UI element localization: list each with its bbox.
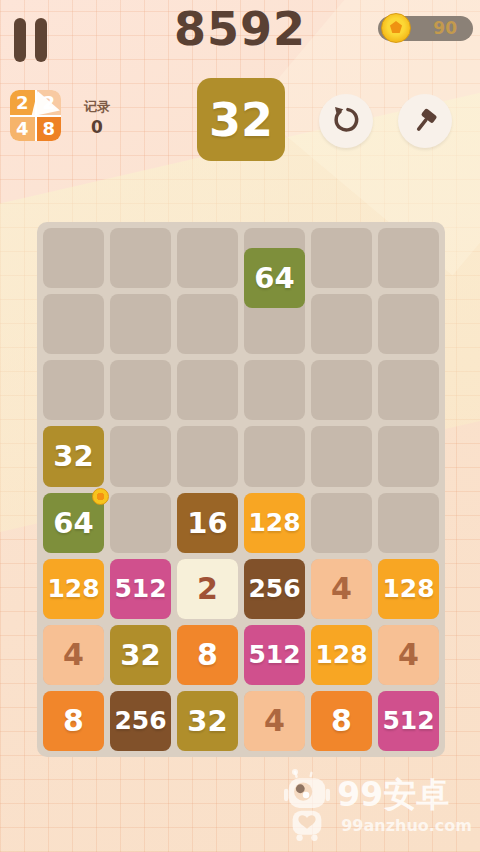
- tile-128[interactable]: 128: [378, 559, 439, 619]
- hammer-button[interactable]: [398, 94, 452, 148]
- board-cell[interactable]: 512: [244, 625, 305, 685]
- tile-256[interactable]: 256: [110, 691, 171, 751]
- board-cell[interactable]: 32: [177, 691, 238, 751]
- coin-icon: [381, 13, 411, 43]
- pause-icon: [14, 18, 26, 62]
- board-cell[interactable]: [378, 228, 439, 288]
- tile-128[interactable]: 128: [43, 559, 104, 619]
- board-cell[interactable]: 8: [311, 691, 372, 751]
- tile-coin-badge-icon: [92, 488, 109, 505]
- board-cell[interactable]: 256: [110, 691, 171, 751]
- board-cell[interactable]: [43, 228, 104, 288]
- undo-button[interactable]: [319, 94, 373, 148]
- logo-tile: 8: [37, 117, 62, 142]
- board-cell[interactable]: [311, 493, 372, 553]
- board-cell[interactable]: 128: [311, 625, 372, 685]
- board-cell[interactable]: 128: [378, 559, 439, 619]
- board-cell[interactable]: [43, 360, 104, 420]
- board-cell[interactable]: 4: [311, 559, 372, 619]
- tile-8[interactable]: 8: [311, 691, 372, 751]
- tile-128[interactable]: 128: [244, 493, 305, 553]
- board-cell[interactable]: [110, 426, 171, 486]
- board-cell[interactable]: [378, 360, 439, 420]
- tile-4[interactable]: 4: [378, 625, 439, 685]
- board-cell[interactable]: [378, 493, 439, 553]
- robot-mascot-icon: [284, 768, 330, 844]
- tile-512[interactable]: 512: [244, 625, 305, 685]
- board-cell[interactable]: 512: [378, 691, 439, 751]
- tile-32[interactable]: 32: [110, 625, 171, 685]
- tile-32[interactable]: 32: [43, 426, 104, 486]
- tile-32[interactable]: 32: [177, 691, 238, 751]
- board-cell[interactable]: [311, 426, 372, 486]
- record-label: 记录: [72, 98, 122, 116]
- board-cell[interactable]: [110, 493, 171, 553]
- tile-4[interactable]: 4: [244, 691, 305, 751]
- record-block: 记录 0: [72, 98, 122, 137]
- board-cell[interactable]: [43, 294, 104, 354]
- board-grid[interactable]: 6432641612812851222564128432851212848256…: [43, 228, 439, 751]
- next-tile: 32: [197, 78, 285, 161]
- record-value: 0: [72, 117, 122, 137]
- board-cell[interactable]: [311, 294, 372, 354]
- board-cell[interactable]: 2: [177, 559, 238, 619]
- tile-512[interactable]: 512: [110, 559, 171, 619]
- watermark-brand: 99安卓: [337, 777, 449, 813]
- tile-8[interactable]: 8: [177, 625, 238, 685]
- board-cell[interactable]: 128: [244, 493, 305, 553]
- board-cell[interactable]: [244, 360, 305, 420]
- board-cell[interactable]: 64: [43, 493, 104, 553]
- coin-pill[interactable]: 90: [378, 16, 473, 41]
- hammer-icon: [410, 106, 440, 136]
- game-board[interactable]: 6432641612812851222564128432851212848256…: [37, 222, 445, 757]
- coin-count: 90: [433, 18, 457, 38]
- board-cell[interactable]: 4: [43, 625, 104, 685]
- board-cell[interactable]: [110, 360, 171, 420]
- watermark-domain: 99anzhuo.com: [341, 816, 472, 835]
- board-cell[interactable]: [378, 426, 439, 486]
- board-cell[interactable]: [177, 228, 238, 288]
- board-cell[interactable]: 32: [110, 625, 171, 685]
- board-cell[interactable]: 16: [177, 493, 238, 553]
- board-cell[interactable]: 8: [177, 625, 238, 685]
- pause-button[interactable]: [14, 18, 54, 62]
- board-cell[interactable]: 256: [244, 559, 305, 619]
- board-cell[interactable]: 512: [110, 559, 171, 619]
- board-cell[interactable]: 64: [244, 228, 305, 288]
- board-cell[interactable]: 4: [378, 625, 439, 685]
- game-logo-icon: 2 2 4 8: [10, 90, 61, 141]
- board-cell[interactable]: [177, 294, 238, 354]
- board-cell[interactable]: [311, 228, 372, 288]
- tile-512[interactable]: 512: [378, 691, 439, 751]
- logo-tile: 2: [10, 90, 35, 115]
- board-cell[interactable]: [177, 360, 238, 420]
- board-cell[interactable]: 4: [244, 691, 305, 751]
- tile-4[interactable]: 4: [43, 625, 104, 685]
- tile-64[interactable]: 64: [43, 493, 104, 553]
- undo-icon: [331, 106, 361, 136]
- board-cell[interactable]: [110, 294, 171, 354]
- tile-128[interactable]: 128: [311, 625, 372, 685]
- board-cell[interactable]: [110, 228, 171, 288]
- tile-16[interactable]: 16: [177, 493, 238, 553]
- tile-64[interactable]: 64: [244, 248, 305, 308]
- tile-4[interactable]: 4: [311, 559, 372, 619]
- tile-2[interactable]: 2: [177, 559, 238, 619]
- board-cell[interactable]: [311, 360, 372, 420]
- watermark: 99安卓 99anzhuo.com: [284, 768, 472, 844]
- board-cell[interactable]: [177, 426, 238, 486]
- board-cell[interactable]: 8: [43, 691, 104, 751]
- board-cell[interactable]: [378, 294, 439, 354]
- tile-8[interactable]: 8: [43, 691, 104, 751]
- board-cell[interactable]: 32: [43, 426, 104, 486]
- tile-256[interactable]: 256: [244, 559, 305, 619]
- board-cell[interactable]: [244, 426, 305, 486]
- board-cell[interactable]: 128: [43, 559, 104, 619]
- pause-icon: [35, 18, 47, 62]
- logo-tile: 4: [10, 117, 35, 142]
